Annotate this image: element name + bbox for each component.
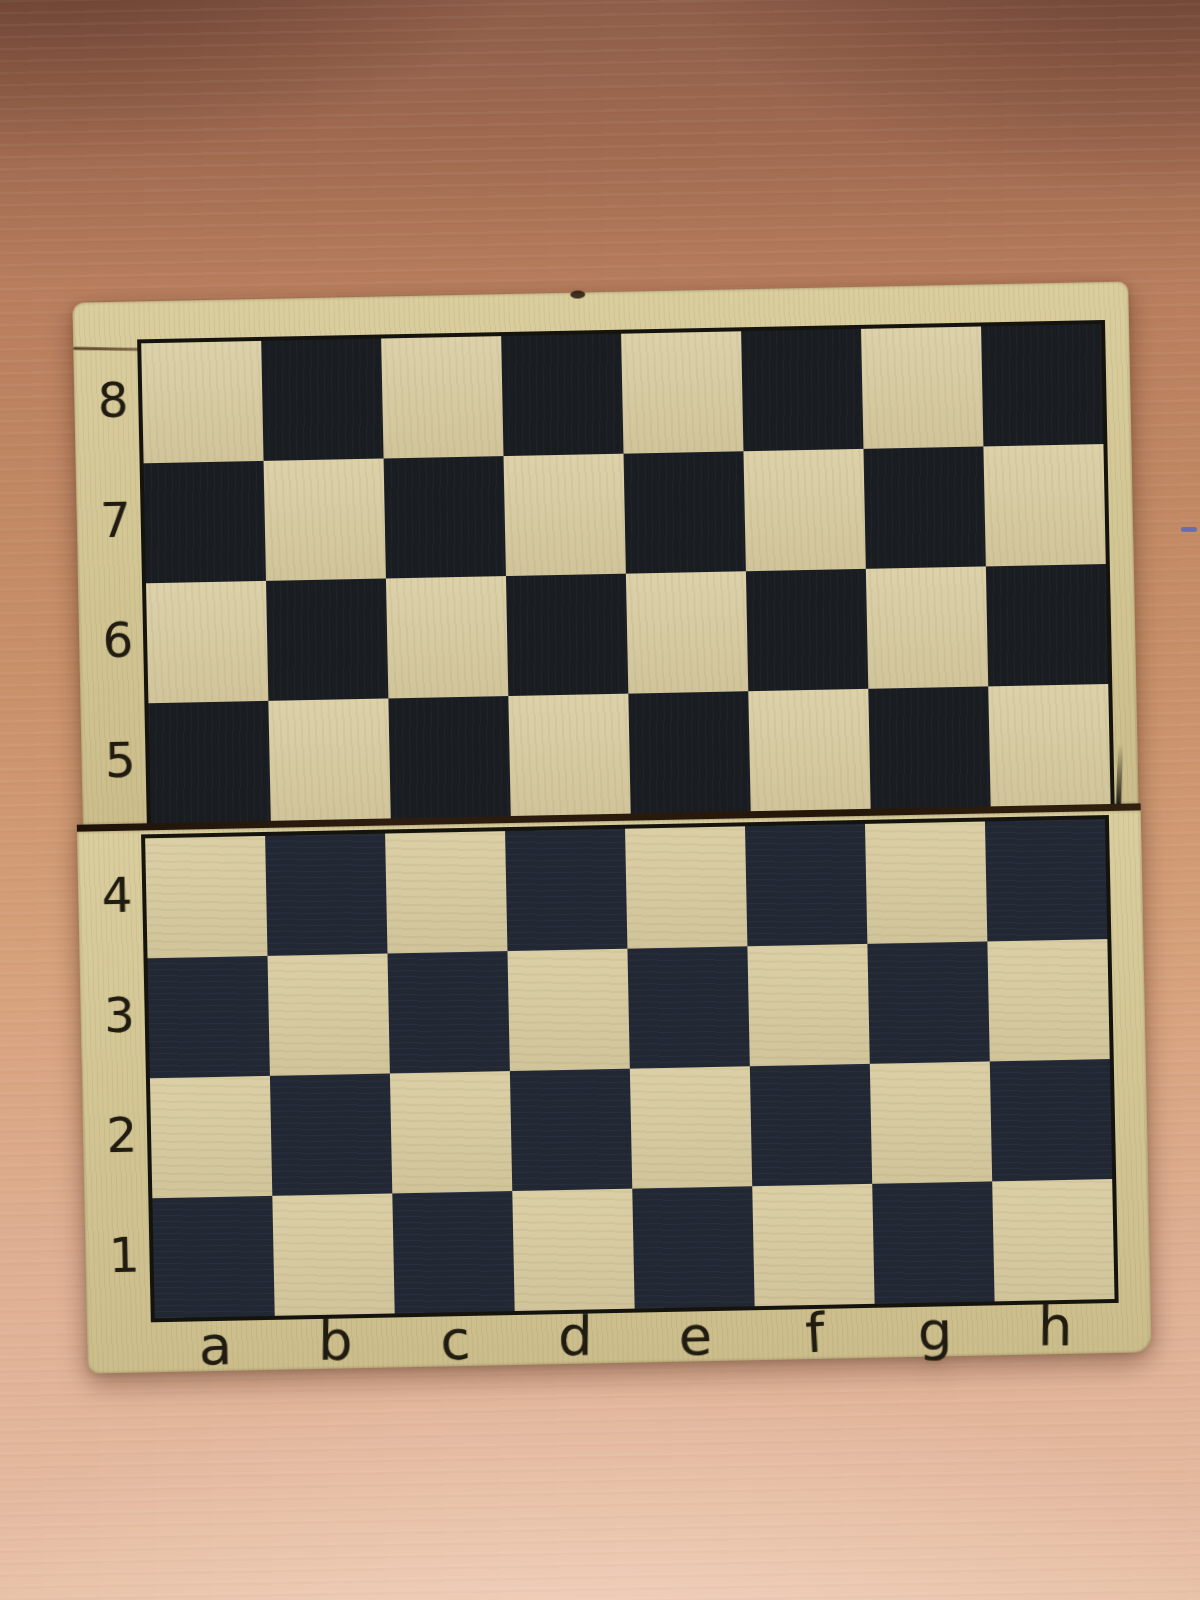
square-e8[interactable]	[621, 331, 743, 453]
square-h3[interactable]	[987, 939, 1109, 1061]
square-a2[interactable]	[150, 1076, 272, 1198]
square-d3[interactable]	[507, 949, 629, 1071]
square-f3[interactable]	[747, 944, 869, 1066]
square-b2[interactable]	[270, 1073, 392, 1195]
file-label-c: c	[394, 1313, 517, 1370]
square-e4[interactable]	[625, 826, 747, 948]
square-d1[interactable]	[512, 1189, 634, 1311]
square-c8[interactable]	[381, 336, 503, 458]
board-top-half: 8765	[72, 282, 1138, 825]
square-b6[interactable]	[266, 578, 388, 700]
square-g3[interactable]	[867, 941, 989, 1063]
square-f1[interactable]	[752, 1184, 874, 1306]
square-g8[interactable]	[861, 326, 983, 448]
square-f7[interactable]	[743, 449, 865, 571]
square-a3[interactable]	[148, 956, 270, 1078]
squares-grid-bottom	[141, 815, 1119, 1322]
file-label-b: b	[275, 1316, 395, 1367]
square-e5[interactable]	[628, 691, 750, 813]
rank-label-2: 2	[82, 1074, 146, 1195]
square-h6[interactable]	[986, 564, 1108, 686]
paint-drip	[1116, 744, 1123, 806]
rank-label-1: 1	[84, 1194, 148, 1315]
square-b7[interactable]	[264, 458, 386, 580]
square-c4[interactable]	[385, 831, 507, 953]
file-label-g: g	[875, 1305, 996, 1357]
square-g5[interactable]	[868, 686, 990, 808]
square-c7[interactable]	[384, 456, 506, 578]
square-d2[interactable]	[510, 1069, 632, 1191]
square-d6[interactable]	[506, 574, 628, 696]
rank-label-4: 4	[77, 834, 141, 955]
square-b1[interactable]	[272, 1193, 394, 1315]
square-h5[interactable]	[988, 684, 1110, 806]
square-g1[interactable]	[872, 1181, 994, 1303]
rank-label-8: 8	[73, 339, 137, 460]
square-b4[interactable]	[265, 834, 387, 956]
file-label-h: h	[995, 1302, 1115, 1353]
square-g7[interactable]	[863, 446, 985, 568]
file-label-d: d	[515, 1311, 635, 1362]
square-h2[interactable]	[990, 1059, 1112, 1181]
square-f5[interactable]	[748, 689, 870, 811]
square-e6[interactable]	[626, 571, 748, 693]
square-g4[interactable]	[865, 821, 987, 943]
square-c6[interactable]	[386, 576, 508, 698]
square-h7[interactable]	[983, 444, 1105, 566]
square-a5[interactable]	[148, 701, 270, 823]
rank-label-5: 5	[80, 699, 144, 820]
board-bottom-half: abcdefgh 4321	[77, 810, 1152, 1373]
wood-notch	[570, 290, 585, 298]
file-label-e: e	[635, 1310, 756, 1362]
square-f8[interactable]	[741, 329, 863, 451]
square-e2[interactable]	[630, 1066, 752, 1188]
square-d5[interactable]	[508, 694, 630, 816]
square-a4[interactable]	[145, 836, 267, 958]
square-e3[interactable]	[627, 946, 749, 1068]
file-label-f: f	[754, 1306, 877, 1363]
square-f4[interactable]	[745, 824, 867, 946]
square-c5[interactable]	[388, 696, 510, 818]
rank-label-7: 7	[76, 459, 140, 580]
square-d7[interactable]	[504, 454, 626, 576]
square-a6[interactable]	[146, 581, 268, 703]
square-h8[interactable]	[981, 324, 1103, 446]
square-d4[interactable]	[505, 829, 627, 951]
square-a1[interactable]	[152, 1196, 274, 1318]
square-c3[interactable]	[387, 951, 509, 1073]
square-g2[interactable]	[870, 1061, 992, 1183]
square-c1[interactable]	[392, 1191, 514, 1313]
file-label-a: a	[155, 1320, 276, 1372]
square-b5[interactable]	[268, 698, 390, 820]
square-f6[interactable]	[746, 569, 868, 691]
square-b3[interactable]	[268, 954, 390, 1076]
chessboard: 8765 abcdefgh 4321	[72, 282, 1149, 1374]
square-a7[interactable]	[144, 461, 266, 583]
square-a8[interactable]	[141, 341, 263, 463]
square-h4[interactable]	[985, 819, 1107, 941]
rank-label-3: 3	[79, 954, 143, 1075]
pen-mark	[1181, 527, 1197, 532]
square-e1[interactable]	[632, 1186, 754, 1308]
squares-grid-top	[137, 320, 1115, 823]
square-f2[interactable]	[750, 1064, 872, 1186]
square-b8[interactable]	[261, 339, 383, 461]
rank-label-6: 6	[78, 579, 142, 700]
square-d8[interactable]	[501, 334, 623, 456]
square-g6[interactable]	[866, 566, 988, 688]
square-e7[interactable]	[623, 451, 745, 573]
square-c2[interactable]	[390, 1071, 512, 1193]
square-h1[interactable]	[992, 1179, 1114, 1301]
